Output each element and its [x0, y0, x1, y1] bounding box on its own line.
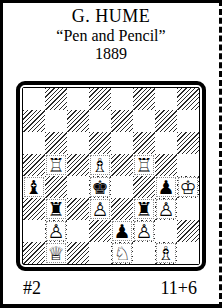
square-f3[interactable]: ♜ — [133, 198, 155, 220]
square-e4[interactable] — [111, 176, 133, 198]
piece-white-pawn[interactable]: ♙ — [155, 198, 177, 220]
square-c8[interactable] — [67, 88, 89, 110]
piece-white-pawn[interactable]: ♙ — [89, 198, 111, 220]
square-c5[interactable] — [67, 154, 89, 176]
square-b3[interactable]: ♜ — [45, 198, 67, 220]
square-e2[interactable]: ♟ — [111, 220, 133, 242]
square-e3[interactable] — [111, 198, 133, 220]
square-a1[interactable] — [23, 242, 45, 264]
square-f8[interactable] — [133, 88, 155, 110]
piece-white-rook[interactable]: ♖ — [45, 154, 67, 176]
piece-white-bishop[interactable]: ♗ — [155, 242, 177, 264]
square-h7[interactable] — [177, 110, 199, 132]
square-g6[interactable] — [155, 132, 177, 154]
square-c2[interactable] — [67, 220, 89, 242]
composer-name: G. HUME — [3, 6, 219, 27]
piece-white-queen[interactable]: ♕ — [45, 242, 67, 264]
square-h5[interactable] — [177, 154, 199, 176]
piece-count: 11+6 — [161, 278, 197, 299]
chess-board-inner-frame: ♖♗♖♝♚♟♔♜♙♜♙♙♟♙♕♘♗ — [22, 87, 200, 265]
chess-board: ♖♗♖♝♚♟♔♜♙♜♙♙♟♙♕♘♗ — [23, 88, 199, 264]
square-b6[interactable] — [45, 132, 67, 154]
square-h3[interactable] — [177, 198, 199, 220]
square-a5[interactable] — [23, 154, 45, 176]
source-title: “Pen and Pencil” — [3, 27, 219, 45]
square-c4[interactable] — [67, 176, 89, 198]
square-h2[interactable] — [177, 220, 199, 242]
square-d7[interactable] — [89, 110, 111, 132]
square-d8[interactable] — [89, 88, 111, 110]
piece-black-rook[interactable]: ♜ — [45, 198, 67, 220]
square-e8[interactable] — [111, 88, 133, 110]
piece-black-king[interactable]: ♚ — [89, 176, 111, 198]
square-f4[interactable] — [133, 176, 155, 198]
piece-white-bishop[interactable]: ♗ — [89, 154, 111, 176]
square-e6[interactable] — [111, 132, 133, 154]
diagram-header: G. HUME “Pen and Pencil” 1889 — [3, 6, 219, 63]
square-a4[interactable]: ♝ — [23, 176, 45, 198]
square-d3[interactable]: ♙ — [89, 198, 111, 220]
square-d5[interactable]: ♗ — [89, 154, 111, 176]
square-b4[interactable] — [45, 176, 67, 198]
square-g4[interactable]: ♟ — [155, 176, 177, 198]
square-h4[interactable]: ♔ — [177, 176, 199, 198]
square-h8[interactable] — [177, 88, 199, 110]
square-e7[interactable] — [111, 110, 133, 132]
stipulation: #2 — [23, 278, 41, 299]
publication-year: 1889 — [3, 45, 219, 63]
square-f1[interactable] — [133, 242, 155, 264]
piece-black-bishop[interactable]: ♝ — [23, 176, 45, 198]
square-g3[interactable]: ♙ — [155, 198, 177, 220]
square-f2[interactable]: ♙ — [133, 220, 155, 242]
square-d4[interactable]: ♚ — [89, 176, 111, 198]
piece-black-rook[interactable]: ♜ — [133, 198, 155, 220]
square-g1[interactable]: ♗ — [155, 242, 177, 264]
square-b1[interactable]: ♕ — [45, 242, 67, 264]
square-g5[interactable] — [155, 154, 177, 176]
square-d6[interactable] — [89, 132, 111, 154]
piece-black-pawn[interactable]: ♟ — [155, 176, 177, 198]
piece-white-king[interactable]: ♔ — [177, 176, 199, 198]
square-b2[interactable]: ♙ — [45, 220, 67, 242]
piece-white-pawn[interactable]: ♙ — [133, 220, 155, 242]
chess-board-frame: ♖♗♖♝♚♟♔♜♙♜♙♙♟♙♕♘♗ — [16, 81, 206, 271]
square-h1[interactable] — [177, 242, 199, 264]
square-a3[interactable] — [23, 198, 45, 220]
square-a6[interactable] — [23, 132, 45, 154]
square-f5[interactable]: ♖ — [133, 154, 155, 176]
square-c7[interactable] — [67, 110, 89, 132]
square-f6[interactable] — [133, 132, 155, 154]
square-g7[interactable] — [155, 110, 177, 132]
piece-white-rook[interactable]: ♖ — [133, 154, 155, 176]
piece-black-pawn[interactable]: ♟ — [111, 220, 133, 242]
square-a2[interactable] — [23, 220, 45, 242]
square-g2[interactable] — [155, 220, 177, 242]
square-f7[interactable] — [133, 110, 155, 132]
square-b8[interactable] — [45, 88, 67, 110]
square-e5[interactable] — [111, 154, 133, 176]
square-c6[interactable] — [67, 132, 89, 154]
square-e1[interactable]: ♘ — [111, 242, 133, 264]
square-b5[interactable]: ♖ — [45, 154, 67, 176]
problem-diagram-page: G. HUME “Pen and Pencil” 1889 ♖♗♖♝♚♟♔♜♙♜… — [0, 0, 222, 308]
square-a7[interactable] — [23, 110, 45, 132]
square-b7[interactable] — [45, 110, 67, 132]
square-g8[interactable] — [155, 88, 177, 110]
square-h6[interactable] — [177, 132, 199, 154]
piece-white-pawn[interactable]: ♙ — [45, 220, 67, 242]
square-a8[interactable] — [23, 88, 45, 110]
diagram-caption: #2 11+6 — [23, 278, 197, 299]
square-c1[interactable] — [67, 242, 89, 264]
piece-white-knight[interactable]: ♘ — [111, 242, 133, 264]
square-d2[interactable] — [89, 220, 111, 242]
square-c3[interactable] — [67, 198, 89, 220]
square-d1[interactable] — [89, 242, 111, 264]
